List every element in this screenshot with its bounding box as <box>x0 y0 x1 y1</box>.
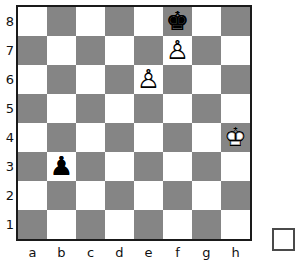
square-a1[interactable] <box>18 210 47 239</box>
file-labels: abcdefgh <box>18 244 250 264</box>
square-a8[interactable] <box>18 7 47 36</box>
square-e3[interactable] <box>134 152 163 181</box>
square-b7[interactable] <box>47 36 76 65</box>
square-c8[interactable] <box>76 7 105 36</box>
square-g7[interactable] <box>192 36 221 65</box>
square-h5[interactable] <box>221 94 250 123</box>
square-d4[interactable] <box>105 123 134 152</box>
rank-label-2: 2 <box>0 181 14 210</box>
black-pawn-icon: ♟ <box>47 152 76 181</box>
square-f5[interactable] <box>163 94 192 123</box>
square-f7[interactable]: ♟♙ <box>163 36 192 65</box>
rank-label-5: 5 <box>0 94 14 123</box>
square-e7[interactable] <box>134 36 163 65</box>
white-pawn-icon: ♙ <box>163 36 192 65</box>
square-e2[interactable] <box>134 181 163 210</box>
square-d7[interactable] <box>105 36 134 65</box>
square-a2[interactable] <box>18 181 47 210</box>
file-label-h: h <box>221 244 250 264</box>
square-b1[interactable] <box>47 210 76 239</box>
square-b2[interactable] <box>47 181 76 210</box>
square-b3[interactable]: ♟♟ <box>47 152 76 181</box>
square-c7[interactable] <box>76 36 105 65</box>
black-pawn-b3[interactable]: ♟♟ <box>47 152 76 181</box>
square-f4[interactable] <box>163 123 192 152</box>
square-e4[interactable] <box>134 123 163 152</box>
square-d6[interactable] <box>105 65 134 94</box>
square-c1[interactable] <box>76 210 105 239</box>
square-h6[interactable] <box>221 65 250 94</box>
square-c2[interactable] <box>76 181 105 210</box>
square-c5[interactable] <box>76 94 105 123</box>
square-f6[interactable] <box>163 65 192 94</box>
rank-label-6: 6 <box>0 65 14 94</box>
square-g2[interactable] <box>192 181 221 210</box>
square-d8[interactable] <box>105 7 134 36</box>
square-d1[interactable] <box>105 210 134 239</box>
rank-label-8: 8 <box>0 7 14 36</box>
chess-board: ♚♚♟♙♟♙♚♔♟♟ <box>16 5 252 241</box>
square-c4[interactable] <box>76 123 105 152</box>
square-e8[interactable] <box>134 7 163 36</box>
chess-diagram: 87654321 ♚♚♟♙♟♙♚♔♟♟ abcdefgh <box>0 0 300 270</box>
file-label-e: e <box>134 244 163 264</box>
square-d3[interactable] <box>105 152 134 181</box>
rank-labels: 87654321 <box>0 7 14 239</box>
square-h4[interactable]: ♚♔ <box>221 123 250 152</box>
square-g5[interactable] <box>192 94 221 123</box>
square-a6[interactable] <box>18 65 47 94</box>
square-c3[interactable] <box>76 152 105 181</box>
square-b5[interactable] <box>47 94 76 123</box>
square-a7[interactable] <box>18 36 47 65</box>
square-e5[interactable] <box>134 94 163 123</box>
square-a5[interactable] <box>18 94 47 123</box>
square-d5[interactable] <box>105 94 134 123</box>
black-king-icon: ♚ <box>163 7 192 36</box>
square-f3[interactable] <box>163 152 192 181</box>
white-king-icon: ♔ <box>221 123 250 152</box>
rank-label-1: 1 <box>0 210 14 239</box>
file-label-a: a <box>18 244 47 264</box>
square-f2[interactable] <box>163 181 192 210</box>
file-label-g: g <box>192 244 221 264</box>
file-label-c: c <box>76 244 105 264</box>
white-pawn-icon: ♙ <box>134 65 163 94</box>
file-label-f: f <box>163 244 192 264</box>
square-f1[interactable] <box>163 210 192 239</box>
square-g1[interactable] <box>192 210 221 239</box>
white-to-move-indicator <box>272 228 295 251</box>
square-h8[interactable] <box>221 7 250 36</box>
square-a4[interactable] <box>18 123 47 152</box>
rank-label-4: 4 <box>0 123 14 152</box>
square-g3[interactable] <box>192 152 221 181</box>
square-b6[interactable] <box>47 65 76 94</box>
white-pawn-f7[interactable]: ♟♙ <box>163 36 192 65</box>
square-g6[interactable] <box>192 65 221 94</box>
white-pawn-e6[interactable]: ♟♙ <box>134 65 163 94</box>
square-e6[interactable]: ♟♙ <box>134 65 163 94</box>
square-c6[interactable] <box>76 65 105 94</box>
square-e1[interactable] <box>134 210 163 239</box>
square-b4[interactable] <box>47 123 76 152</box>
rank-label-3: 3 <box>0 152 14 181</box>
square-h3[interactable] <box>221 152 250 181</box>
square-f8[interactable]: ♚♚ <box>163 7 192 36</box>
white-king-h4[interactable]: ♚♔ <box>221 123 250 152</box>
square-a3[interactable] <box>18 152 47 181</box>
square-b8[interactable] <box>47 7 76 36</box>
square-h1[interactable] <box>221 210 250 239</box>
black-king-f8[interactable]: ♚♚ <box>163 7 192 36</box>
square-h7[interactable] <box>221 36 250 65</box>
square-h2[interactable] <box>221 181 250 210</box>
square-g4[interactable] <box>192 123 221 152</box>
square-g8[interactable] <box>192 7 221 36</box>
square-d2[interactable] <box>105 181 134 210</box>
file-label-d: d <box>105 244 134 264</box>
file-label-b: b <box>47 244 76 264</box>
rank-label-7: 7 <box>0 36 14 65</box>
